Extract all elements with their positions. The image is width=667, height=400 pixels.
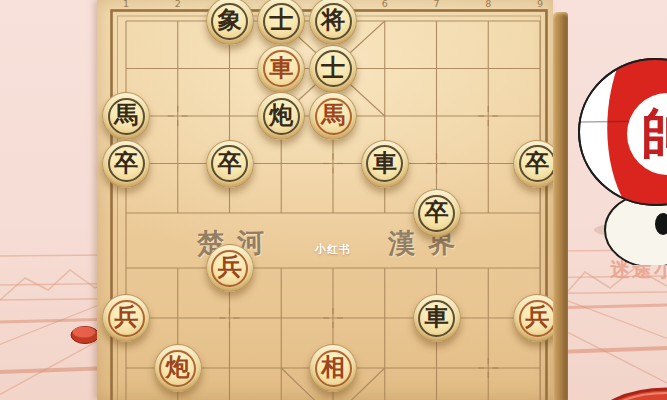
piece-red-兵[interactable]: 兵 bbox=[102, 294, 150, 342]
column-label-9: 9 bbox=[537, 0, 543, 9]
piece-glyph: 卒 bbox=[525, 151, 549, 175]
piece-glyph: 兵 bbox=[114, 305, 138, 329]
piece-glyph: 炮 bbox=[166, 355, 190, 379]
piece-glyph: 卒 bbox=[425, 200, 449, 224]
piece-red-炮[interactable]: 炮 bbox=[154, 344, 202, 392]
mascot-cap: 帥 bbox=[578, 50, 667, 216]
piece-red-車[interactable]: 車 bbox=[257, 45, 305, 93]
piece-red-兵[interactable]: 兵 bbox=[206, 244, 254, 292]
column-label-7: 7 bbox=[433, 0, 439, 9]
piece-glyph: 馬 bbox=[321, 103, 345, 127]
column-label-2: 2 bbox=[175, 0, 181, 9]
piece-black-卒[interactable]: 卒 bbox=[206, 140, 254, 188]
piece-glyph: 相 bbox=[321, 355, 345, 379]
piece-black-士[interactable]: 士 bbox=[309, 45, 357, 93]
board-side-edge bbox=[553, 12, 568, 400]
piece-glyph: 卒 bbox=[218, 151, 242, 175]
bottom-right-red-piece bbox=[593, 389, 667, 400]
column-label-8: 8 bbox=[485, 0, 491, 9]
piece-glyph: 炮 bbox=[269, 103, 293, 127]
xiangqi-board[interactable]: 123456789 楚河 漢界 象士将車士馬炮馬卒卒車卒卒兵兵車兵炮相 bbox=[97, 0, 553, 400]
piece-glyph: 卒 bbox=[114, 151, 138, 175]
piece-red-相[interactable]: 相 bbox=[309, 344, 357, 392]
piece-glyph: 車 bbox=[425, 305, 449, 329]
piece-black-馬[interactable]: 馬 bbox=[102, 92, 150, 140]
piece-glyph: 兵 bbox=[218, 255, 242, 279]
piece-glyph: 兵 bbox=[525, 305, 549, 329]
piece-black-車[interactable]: 車 bbox=[413, 294, 461, 342]
piece-glyph: 象 bbox=[218, 8, 242, 32]
column-label-1: 1 bbox=[123, 0, 129, 9]
mascot-cap-character: 帥 bbox=[641, 101, 667, 165]
xiangqi-app-screen: 123456789 楚河 漢界 象士将車士馬炮馬卒卒車卒卒兵兵車兵炮相 小红书 … bbox=[0, 0, 667, 400]
piece-black-卒[interactable]: 卒 bbox=[413, 189, 461, 237]
piece-black-炮[interactable]: 炮 bbox=[257, 92, 305, 140]
piece-glyph: 車 bbox=[373, 151, 397, 175]
piece-glyph: 士 bbox=[321, 56, 345, 80]
piece-glyph: 士 bbox=[269, 8, 293, 32]
piece-black-車[interactable]: 車 bbox=[361, 140, 409, 188]
piece-red-馬[interactable]: 馬 bbox=[309, 92, 357, 140]
piece-glyph: 馬 bbox=[114, 103, 138, 127]
piece-glyph: 車 bbox=[269, 56, 293, 80]
piece-black-卒[interactable]: 卒 bbox=[102, 140, 150, 188]
mascot-mushroom-character: 帥 bbox=[578, 50, 667, 265]
center-watermark: 小红书 bbox=[315, 242, 351, 257]
stray-red-piece bbox=[71, 327, 99, 344]
piece-glyph: 将 bbox=[321, 8, 345, 32]
column-label-6: 6 bbox=[382, 0, 388, 9]
